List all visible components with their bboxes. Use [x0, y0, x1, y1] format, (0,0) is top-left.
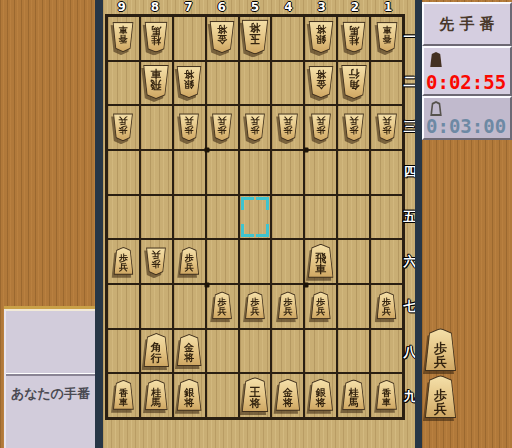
- shogi-piece[interactable]: 金将: [209, 21, 235, 53]
- shogi-piece[interactable]: 歩兵: [376, 113, 397, 141]
- board-cell-3-5[interactable]: [305, 196, 336, 239]
- hand-piece-slot: 歩兵: [424, 375, 457, 418]
- black-piece-icon: [430, 52, 442, 67]
- shogi-piece[interactable]: 歩兵: [244, 291, 265, 319]
- shogi-piece[interactable]: 歩兵: [343, 113, 364, 141]
- shogi-piece[interactable]: 玉将: [241, 20, 269, 55]
- board-cell-9-3[interactable]: 歩兵: [108, 106, 139, 149]
- board-cell-3-6[interactable]: 飛車: [305, 240, 336, 283]
- board-cell-2-7[interactable]: [338, 285, 369, 328]
- shogi-piece[interactable]: 王将: [241, 377, 269, 412]
- board-cell-8-2[interactable]: 飛車: [141, 62, 172, 105]
- shogi-piece[interactable]: 香車: [112, 22, 134, 52]
- selection-cursor: [240, 196, 271, 239]
- file-label: 9: [105, 0, 138, 14]
- shogi-piece[interactable]: 歩兵: [277, 291, 298, 319]
- board-cell-6-3[interactable]: 歩兵: [207, 106, 238, 149]
- shogi-piece[interactable]: 歩兵: [212, 291, 233, 319]
- board-cell-8-9[interactable]: 桂馬: [141, 374, 172, 417]
- board-cell-2-3[interactable]: 歩兵: [338, 106, 369, 149]
- shogi-piece[interactable]: 金将: [308, 66, 334, 98]
- sente-clock: 0:02:55: [422, 46, 512, 96]
- shogi-piece[interactable]: 歩兵: [179, 247, 200, 275]
- board-cell-9-5[interactable]: [108, 196, 139, 239]
- shogi-piece[interactable]: 金将: [176, 334, 202, 366]
- file-label: 3: [305, 0, 338, 14]
- board-cell-3-4[interactable]: [305, 151, 336, 194]
- white-piece-icon: [430, 101, 442, 116]
- board-cell-4-4[interactable]: [272, 151, 303, 194]
- board-cell-7-2[interactable]: 銀将: [174, 62, 205, 105]
- board-cell-4-7[interactable]: 歩兵: [272, 285, 303, 328]
- board-cell-1-9[interactable]: 香車: [371, 374, 402, 417]
- shogi-piece[interactable]: 桂馬: [144, 379, 168, 410]
- shogi-piece[interactable]: 歩兵: [376, 291, 397, 319]
- board-cell-3-2[interactable]: 金将: [305, 62, 336, 105]
- board-cell-6-2[interactable]: [207, 62, 238, 105]
- board-cell-3-8[interactable]: [305, 330, 336, 373]
- board-cell-5-1[interactable]: 玉将: [240, 17, 271, 60]
- shogi-piece[interactable]: 歩兵: [113, 247, 134, 275]
- board-cell-6-7[interactable]: 歩兵: [207, 285, 238, 328]
- shogi-piece[interactable]: 桂馬: [342, 379, 366, 410]
- board-star-dot: [304, 148, 309, 153]
- shogi-piece[interactable]: 飛車: [143, 65, 170, 99]
- board-cell-7-5[interactable]: [174, 196, 205, 239]
- file-label: 2: [338, 0, 371, 14]
- hand-piece[interactable]: 歩兵: [424, 328, 457, 371]
- board-shadow-strip-left: [95, 0, 103, 448]
- file-label: 4: [272, 0, 305, 14]
- shogi-piece[interactable]: 銀将: [308, 21, 334, 53]
- gote-clock-time: 0:03:00: [426, 115, 506, 137]
- board-cell-7-7[interactable]: [174, 285, 205, 328]
- shogi-piece[interactable]: 金将: [275, 379, 301, 411]
- shogi-piece[interactable]: 歩兵: [113, 113, 134, 141]
- file-label: 7: [172, 0, 205, 14]
- board-cell-8-5[interactable]: [141, 196, 172, 239]
- board-cell-2-4[interactable]: [338, 151, 369, 194]
- turn-message: あなたの手番: [6, 385, 95, 403]
- file-label: 5: [238, 0, 271, 14]
- board-cell-5-7[interactable]: 歩兵: [240, 285, 271, 328]
- board-cell-1-6[interactable]: [371, 240, 402, 283]
- board-cell-5-5[interactable]: [240, 196, 271, 239]
- board-cell-9-1[interactable]: 香車: [108, 17, 139, 60]
- shogi-piece[interactable]: 角行: [143, 333, 170, 367]
- shogi-piece[interactable]: 歩兵: [277, 113, 298, 141]
- board-cell-8-1[interactable]: 桂馬: [141, 17, 172, 60]
- shogi-piece[interactable]: 飛車: [307, 244, 334, 278]
- shogi-piece[interactable]: 歩兵: [179, 113, 200, 141]
- shogi-piece[interactable]: 歩兵: [146, 247, 167, 275]
- board-cell-5-8[interactable]: [240, 330, 271, 373]
- file-label: 8: [138, 0, 171, 14]
- message-panel: あなたの手番: [4, 309, 95, 448]
- board-cell-4-6[interactable]: [272, 240, 303, 283]
- shogi-board: 987654321 香車桂馬金将玉将銀将桂馬香車飛車銀将金将角行歩兵歩兵歩兵歩兵…: [103, 0, 415, 448]
- board-cell-4-1[interactable]: [272, 17, 303, 60]
- hand-piece[interactable]: 歩兵: [424, 375, 457, 418]
- shogi-piece[interactable]: 角行: [340, 65, 367, 99]
- board-cell-5-4[interactable]: [240, 151, 271, 194]
- shogi-piece[interactable]: 歩兵: [212, 113, 233, 141]
- board-cell-6-8[interactable]: [207, 330, 238, 373]
- board-cell-7-6[interactable]: 歩兵: [174, 240, 205, 283]
- board-cell-9-6[interactable]: 歩兵: [108, 240, 139, 283]
- board-cell-8-3[interactable]: [141, 106, 172, 149]
- shogi-piece[interactable]: 桂馬: [144, 22, 168, 53]
- board-cell-1-4[interactable]: [371, 151, 402, 194]
- board-cell-5-3[interactable]: 歩兵: [240, 106, 271, 149]
- board-cell-8-7[interactable]: [141, 285, 172, 328]
- shogi-piece[interactable]: 香車: [376, 22, 398, 52]
- shogi-piece[interactable]: 香車: [112, 380, 134, 410]
- board-cell-3-1[interactable]: 銀将: [305, 17, 336, 60]
- board-cell-7-4[interactable]: [174, 151, 205, 194]
- sente-clock-time: 0:02:55: [426, 71, 506, 93]
- sente-hand-tray: 歩兵歩兵: [424, 328, 464, 428]
- board-cell-1-8[interactable]: [371, 330, 402, 373]
- board-cell-8-8[interactable]: 角行: [141, 330, 172, 373]
- board-cell-2-9[interactable]: 桂馬: [338, 374, 369, 417]
- board-cell-9-4[interactable]: [108, 151, 139, 194]
- board-cell-2-2[interactable]: 角行: [338, 62, 369, 105]
- hand-piece-slot: 歩兵: [424, 328, 457, 371]
- board-shadow-strip-right: [415, 0, 422, 448]
- board-cell-5-9[interactable]: 王将: [240, 374, 271, 417]
- board-cell-4-9[interactable]: 金将: [272, 374, 303, 417]
- file-label: 6: [205, 0, 238, 14]
- shogi-piece[interactable]: 歩兵: [310, 113, 331, 141]
- board-cell-7-3[interactable]: 歩兵: [174, 106, 205, 149]
- board-cell-9-9[interactable]: 香車: [108, 374, 139, 417]
- board-cell-8-4[interactable]: [141, 151, 172, 194]
- board-cell-2-1[interactable]: 桂馬: [338, 17, 369, 60]
- board-cell-4-5[interactable]: [272, 196, 303, 239]
- shogi-piece[interactable]: 香車: [376, 380, 398, 410]
- shogi-piece[interactable]: 銀将: [176, 66, 202, 98]
- board-cell-6-4[interactable]: [207, 151, 238, 194]
- board-cell-7-8[interactable]: 金将: [174, 330, 205, 373]
- shogi-piece[interactable]: 歩兵: [310, 291, 331, 319]
- shogi-piece[interactable]: 歩兵: [244, 113, 265, 141]
- board-cell-1-7[interactable]: 歩兵: [371, 285, 402, 328]
- board-star-dot: [205, 283, 210, 288]
- board-cell-9-7[interactable]: [108, 285, 139, 328]
- board-cell-7-9[interactable]: 銀将: [174, 374, 205, 417]
- board-cell-4-2[interactable]: [272, 62, 303, 105]
- board-cell-6-9[interactable]: [207, 374, 238, 417]
- board-cell-3-7[interactable]: 歩兵: [305, 285, 336, 328]
- board-cell-2-6[interactable]: [338, 240, 369, 283]
- file-labels: 987654321: [105, 0, 405, 14]
- board-cell-2-8[interactable]: [338, 330, 369, 373]
- board-cell-4-8[interactable]: [272, 330, 303, 373]
- board-cell-3-3[interactable]: 歩兵: [305, 106, 336, 149]
- message-panel-divider: [6, 373, 95, 376]
- board-star-dot: [205, 148, 210, 153]
- board-star-dot: [304, 283, 309, 288]
- board-cell-9-8[interactable]: [108, 330, 139, 373]
- board-cell-7-1[interactable]: [174, 17, 205, 60]
- board-cell-9-2[interactable]: [108, 62, 139, 105]
- board-cell-4-3[interactable]: 歩兵: [272, 106, 303, 149]
- file-label: 1: [372, 0, 405, 14]
- board-cell-5-6[interactable]: [240, 240, 271, 283]
- shogi-piece[interactable]: 銀将: [308, 379, 334, 411]
- board-cell-1-3[interactable]: 歩兵: [371, 106, 402, 149]
- board-cell-1-1[interactable]: 香車: [371, 17, 402, 60]
- shogi-board-grid: 香車桂馬金将玉将銀将桂馬香車飛車銀将金将角行歩兵歩兵歩兵歩兵歩兵歩兵歩兵歩兵歩兵…: [105, 14, 405, 420]
- board-cell-1-5[interactable]: [371, 196, 402, 239]
- board-cell-1-2[interactable]: [371, 62, 402, 105]
- gote-clock: 0:03:00: [422, 96, 512, 140]
- board-cell-6-6[interactable]: [207, 240, 238, 283]
- board-cell-8-6[interactable]: 歩兵: [141, 240, 172, 283]
- board-cell-3-9[interactable]: 銀将: [305, 374, 336, 417]
- shogi-piece[interactable]: 銀将: [176, 379, 202, 411]
- turn-panel: 先手番 0:02:55 0:03:00: [422, 2, 512, 140]
- turn-panel-title: 先手番: [422, 2, 512, 46]
- board-cell-6-5[interactable]: [207, 196, 238, 239]
- board-cell-5-2[interactable]: [240, 62, 271, 105]
- shogi-piece[interactable]: 桂馬: [342, 22, 366, 53]
- board-cell-6-1[interactable]: 金将: [207, 17, 238, 60]
- board-cell-2-5[interactable]: [338, 196, 369, 239]
